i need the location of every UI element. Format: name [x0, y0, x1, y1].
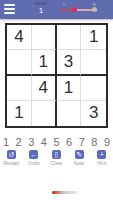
goal-dot [92, 7, 97, 12]
sudoku-board: 4 1 1 3 4 1 1 3 [5, 23, 108, 128]
ad-loading-bar [52, 191, 78, 194]
cell-r1c2[interactable] [32, 25, 57, 50]
cell-r4c3[interactable] [57, 101, 82, 126]
cell-r1c4[interactable]: 1 [81, 25, 106, 50]
cell-r2c2[interactable]: 1 [32, 50, 57, 75]
cell-r2c1[interactable] [7, 50, 32, 75]
pencil-icon: ✎ [75, 150, 84, 159]
level-indicator: Level 1 [31, 1, 51, 15]
level-value: 1 [31, 7, 51, 15]
numpad-key-4[interactable]: 4 [41, 136, 47, 148]
cell-r3c3[interactable]: 1 [57, 76, 82, 101]
level-progress-thumb [72, 7, 77, 12]
cell-r4c4[interactable]: 3 [81, 101, 106, 126]
cell-r2c3[interactable]: 3 [57, 50, 82, 75]
cell-r3c4[interactable] [81, 76, 106, 101]
hamburger-menu-icon[interactable] [4, 4, 15, 14]
cell-r2c4[interactable] [81, 50, 106, 75]
cell-r3c2[interactable]: 4 [32, 76, 57, 101]
undo-button[interactable]: ← Undo [23, 150, 46, 166]
numpad-key-7[interactable]: 7 [79, 136, 85, 148]
cell-r4c1[interactable]: 1 [7, 101, 32, 126]
cell-r3c1[interactable] [7, 76, 32, 101]
sudoku-app-screen: Level 1 ✎ ★ 4 1 1 3 4 1 1 3 1 2 3 4 5 [0, 0, 113, 200]
clear-button[interactable]: ▯ Clear [45, 150, 68, 166]
numpad-key-5[interactable]: 5 [53, 136, 59, 148]
undo-icon: ← [29, 150, 38, 159]
cell-r4c2[interactable] [32, 101, 57, 126]
numpad-key-8[interactable]: 8 [91, 136, 97, 148]
hint-button[interactable]: + Hint [90, 150, 113, 166]
note-button[interactable]: ✎ Note [68, 150, 91, 166]
restart-button[interactable]: ↺ Restart [0, 150, 23, 166]
cell-r1c1[interactable]: 4 [7, 25, 32, 50]
numpad-key-2[interactable]: 2 [16, 136, 22, 148]
numpad-key-1[interactable]: 1 [3, 136, 9, 148]
numpad-key-3[interactable]: 3 [28, 136, 34, 148]
numpad-key-6[interactable]: 6 [66, 136, 72, 148]
hint-icon: + [97, 150, 106, 159]
action-toolbar: ↺ Restart ← Undo ▯ Clear ✎ Note + Hint [0, 150, 113, 166]
header-bar: Level 1 ✎ ★ [0, 0, 113, 19]
eraser-icon: ▯ [52, 150, 61, 159]
progress-start-icon: ✎ [62, 1, 66, 7]
numpad-key-9[interactable]: 9 [104, 136, 110, 148]
number-pad: 1 2 3 4 5 6 7 8 9 [3, 136, 110, 148]
restart-icon: ↺ [7, 150, 16, 159]
cell-r1c3[interactable] [57, 25, 82, 50]
